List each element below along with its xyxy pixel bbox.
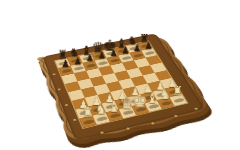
product-photo-stage: ♜♞♝♛♚♝♞♜♟♟♟♟♟♟♟♟♟♟♟♟♟♟♟♟♜♞♝♛♚♝♞♜ bbox=[0, 0, 240, 150]
chess-board-3d: ♜♞♝♛♚♝♞♜♟♟♟♟♟♟♟♟♟♟♟♟♟♟♟♟♜♞♝♛♚♝♞♜ bbox=[20, 20, 234, 150]
piece-shadow bbox=[61, 68, 72, 73]
square-b5[interactable] bbox=[77, 78, 93, 89]
square-a1[interactable]: ♜ bbox=[79, 116, 96, 129]
scene-3d: ♜♞♝♛♚♝♞♜♟♟♟♟♟♟♟♟♟♟♟♟♟♟♟♟♜♞♝♛♚♝♞♜ bbox=[0, 0, 240, 150]
